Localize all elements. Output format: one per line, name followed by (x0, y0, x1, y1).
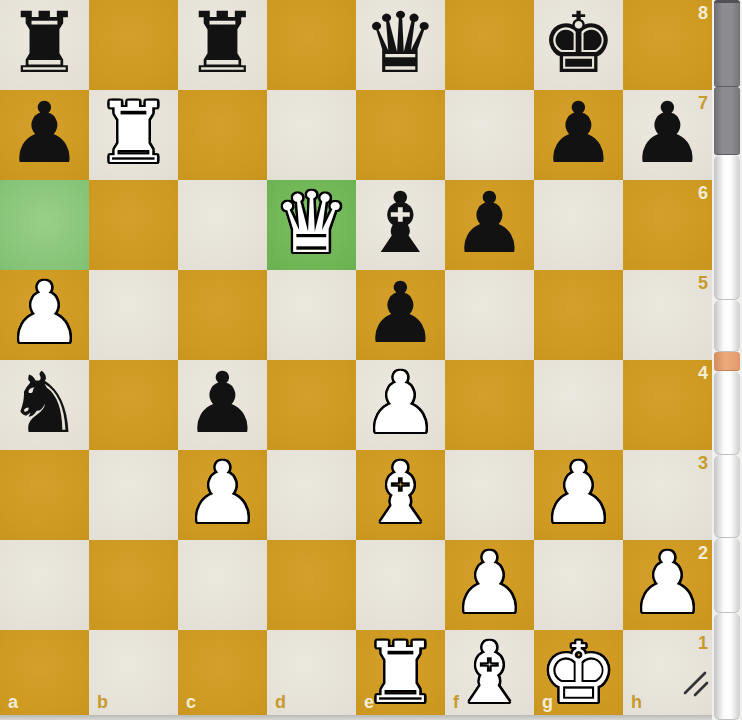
rank-label-5: 5 (698, 274, 708, 292)
square-e6[interactable]: ♝ (356, 180, 445, 270)
square-g8[interactable]: ♚ (534, 0, 623, 90)
file-label-c: c (186, 693, 196, 711)
file-label-g: g (542, 693, 553, 711)
scrollbar-segment-white[interactable] (714, 300, 740, 352)
square-d6[interactable]: ♛ (267, 180, 356, 270)
square-g6[interactable] (534, 180, 623, 270)
square-f7[interactable] (445, 90, 534, 180)
file-label-d: d (275, 693, 286, 711)
black-pawn-e5[interactable]: ♟ (363, 268, 438, 358)
white-pawn-f2[interactable]: ♟ (452, 538, 527, 628)
square-h2[interactable]: ♟2 (623, 540, 712, 630)
scrollbar-segment-white[interactable] (714, 155, 740, 300)
square-a7[interactable]: ♟ (0, 90, 89, 180)
square-b4[interactable] (89, 360, 178, 450)
square-g2[interactable] (534, 540, 623, 630)
file-label-a: a (8, 693, 18, 711)
square-c7[interactable] (178, 90, 267, 180)
right-scrollbar[interactable] (712, 0, 742, 720)
square-g4[interactable] (534, 360, 623, 450)
square-e1[interactable]: ♜e (356, 630, 445, 720)
square-b2[interactable] (89, 540, 178, 630)
square-b7[interactable]: ♜ (89, 90, 178, 180)
chess-board: ♜♜♛♚8♟♜♟♟7♛♝♟6♟♟5♞♟♟4♟♝♟3♟♟2abcd♜e♝f♚g1h (0, 0, 712, 720)
square-b1[interactable]: b (89, 630, 178, 720)
square-c6[interactable] (178, 180, 267, 270)
square-f5[interactable] (445, 270, 534, 360)
square-a6[interactable] (0, 180, 89, 270)
square-a8[interactable]: ♜ (0, 0, 89, 90)
square-g5[interactable] (534, 270, 623, 360)
square-a4[interactable]: ♞ (0, 360, 89, 450)
square-e4[interactable]: ♟ (356, 360, 445, 450)
square-a2[interactable] (0, 540, 89, 630)
square-f1[interactable]: ♝f (445, 630, 534, 720)
square-g1[interactable]: ♚g (534, 630, 623, 720)
square-h4[interactable]: 4 (623, 360, 712, 450)
file-label-e: e (364, 693, 374, 711)
white-pawn-g3[interactable]: ♟ (541, 448, 616, 538)
white-pawn-h2[interactable]: ♟ (630, 538, 705, 628)
square-c5[interactable] (178, 270, 267, 360)
black-pawn-f6[interactable]: ♟ (452, 178, 527, 268)
square-d1[interactable]: d (267, 630, 356, 720)
file-label-b: b (97, 693, 108, 711)
rank-label-8: 8 (698, 4, 708, 22)
square-g7[interactable]: ♟ (534, 90, 623, 180)
white-pawn-e4[interactable]: ♟ (363, 358, 438, 448)
square-h6[interactable]: 6 (623, 180, 712, 270)
white-pawn-c3[interactable]: ♟ (185, 448, 260, 538)
square-e7[interactable] (356, 90, 445, 180)
square-f8[interactable] (445, 0, 534, 90)
rank-label-2: 2 (698, 544, 708, 562)
black-bishop-e6[interactable]: ♝ (363, 178, 438, 268)
square-h3[interactable]: 3 (623, 450, 712, 540)
square-d7[interactable] (267, 90, 356, 180)
square-f4[interactable] (445, 360, 534, 450)
rank-label-1: 1 (698, 634, 708, 652)
scrollbar-segment-white[interactable] (714, 371, 740, 455)
black-pawn-g7[interactable]: ♟ (541, 88, 616, 178)
file-label-h: h (631, 693, 642, 711)
square-c8[interactable]: ♜ (178, 0, 267, 90)
square-b8[interactable] (89, 0, 178, 90)
rank-label-3: 3 (698, 454, 708, 472)
square-c1[interactable]: c (178, 630, 267, 720)
square-d2[interactable] (267, 540, 356, 630)
square-h8[interactable]: 8 (623, 0, 712, 90)
square-b6[interactable] (89, 180, 178, 270)
scrollbar-segment-gray[interactable] (714, 0, 740, 87)
screen: ♜♜♛♚8♟♜♟♟7♛♝♟6♟♟5♞♟♟4♟♝♟3♟♟2abcd♜e♝f♚g1h (0, 0, 742, 720)
black-pawn-h7[interactable]: ♟ (630, 88, 705, 178)
black-pawn-c4[interactable]: ♟ (185, 358, 260, 448)
square-c3[interactable]: ♟ (178, 450, 267, 540)
rank-label-4: 4 (698, 364, 708, 382)
square-d8[interactable] (267, 0, 356, 90)
black-rook-a8[interactable]: ♜ (7, 0, 82, 88)
square-c4[interactable]: ♟ (178, 360, 267, 450)
square-f6[interactable]: ♟ (445, 180, 534, 270)
square-f2[interactable]: ♟ (445, 540, 534, 630)
square-f3[interactable] (445, 450, 534, 540)
file-label-f: f (453, 693, 459, 711)
scrollbar-segment-orange[interactable] (714, 352, 740, 371)
white-queen-d6[interactable]: ♛ (274, 178, 349, 268)
black-rook-c8[interactable]: ♜ (185, 0, 260, 88)
square-a3[interactable] (0, 450, 89, 540)
white-bishop-f1[interactable]: ♝ (452, 628, 527, 718)
white-rook-b7[interactable]: ♜ (96, 88, 171, 178)
scrollbar-segment-white[interactable] (714, 455, 740, 538)
square-e8[interactable]: ♛ (356, 0, 445, 90)
square-h5[interactable]: 5 (623, 270, 712, 360)
rank-label-7: 7 (698, 94, 708, 112)
scrollbar-segment-white[interactable] (714, 538, 740, 613)
square-b5[interactable] (89, 270, 178, 360)
black-pawn-a7[interactable]: ♟ (7, 88, 82, 178)
square-b3[interactable] (89, 450, 178, 540)
square-g3[interactable]: ♟ (534, 450, 623, 540)
scrollbar-segment-white[interactable] (714, 613, 740, 720)
rank-label-6: 6 (698, 184, 708, 202)
square-d3[interactable] (267, 450, 356, 540)
white-bishop-e3[interactable]: ♝ (363, 448, 438, 538)
square-e3[interactable]: ♝ (356, 450, 445, 540)
square-e5[interactable]: ♟ (356, 270, 445, 360)
black-king-g8[interactable]: ♚ (541, 0, 616, 88)
resize-handle-icon[interactable] (680, 668, 710, 698)
white-pawn-a5[interactable]: ♟ (7, 268, 82, 358)
square-e2[interactable] (356, 540, 445, 630)
scrollbar-segment-gray[interactable] (714, 87, 740, 155)
square-a1[interactable]: a (0, 630, 89, 720)
square-a5[interactable]: ♟ (0, 270, 89, 360)
square-d4[interactable] (267, 360, 356, 450)
square-h7[interactable]: ♟7 (623, 90, 712, 180)
square-d5[interactable] (267, 270, 356, 360)
black-queen-e8[interactable]: ♛ (363, 0, 438, 88)
black-knight-a4[interactable]: ♞ (7, 358, 82, 448)
square-c2[interactable] (178, 540, 267, 630)
white-rook-e1[interactable]: ♜ (363, 628, 438, 718)
